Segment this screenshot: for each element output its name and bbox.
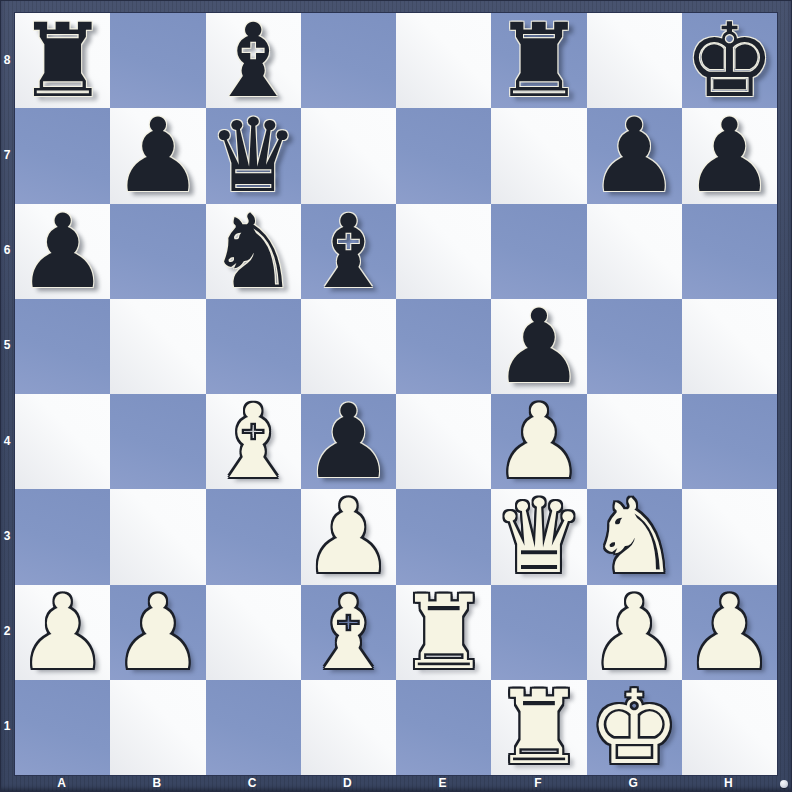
black-bishop[interactable]: ♝ <box>207 13 298 108</box>
square-h7[interactable]: ♟ <box>682 108 777 203</box>
square-c8[interactable]: ♝ <box>206 13 301 108</box>
square-f1[interactable]: ♜ <box>491 680 586 775</box>
rank-label-6: 6 <box>0 203 14 298</box>
square-b7[interactable]: ♟ <box>110 108 205 203</box>
black-pawn[interactable]: ♟ <box>493 299 584 394</box>
square-e2[interactable]: ♜ <box>396 585 491 680</box>
square-c6[interactable]: ♞ <box>206 204 301 299</box>
white-queen[interactable]: ♛ <box>493 489 584 584</box>
square-c4[interactable]: ♝ <box>206 394 301 489</box>
square-f3[interactable]: ♛ <box>491 489 586 584</box>
file-label-h: H <box>681 775 776 791</box>
square-h5[interactable] <box>682 299 777 394</box>
square-h1[interactable] <box>682 680 777 775</box>
square-a8[interactable]: ♜ <box>15 13 110 108</box>
white-bishop[interactable]: ♝ <box>303 585 394 680</box>
square-e4[interactable] <box>396 394 491 489</box>
square-h2[interactable]: ♟ <box>682 585 777 680</box>
square-a3[interactable] <box>15 489 110 584</box>
chess-board[interactable]: ♜♝♜♚♟♛♟♟♟♞♝♟♝♟♟♟♛♞♟♟♝♜♟♟♜♚ <box>14 12 778 776</box>
square-h3[interactable] <box>682 489 777 584</box>
rank-label-3: 3 <box>0 488 14 583</box>
chess-board-frame: 87654321 ♜♝♜♚♟♛♟♟♟♞♝♟♝♟♟♟♛♞♟♟♝♜♟♟♜♚ ABCD… <box>0 0 792 792</box>
square-b6[interactable] <box>110 204 205 299</box>
rank-label-1: 1 <box>0 679 14 774</box>
black-pawn[interactable]: ♟ <box>588 108 679 203</box>
square-a7[interactable] <box>15 108 110 203</box>
black-pawn[interactable]: ♟ <box>684 108 775 203</box>
square-h8[interactable]: ♚ <box>682 13 777 108</box>
file-label-b: B <box>109 775 204 791</box>
square-d2[interactable]: ♝ <box>301 585 396 680</box>
square-h4[interactable] <box>682 394 777 489</box>
square-b8[interactable] <box>110 13 205 108</box>
square-d3[interactable]: ♟ <box>301 489 396 584</box>
file-label-g: G <box>586 775 681 791</box>
square-b2[interactable]: ♟ <box>110 585 205 680</box>
square-b5[interactable] <box>110 299 205 394</box>
square-e6[interactable] <box>396 204 491 299</box>
rank-label-4: 4 <box>0 393 14 488</box>
white-bishop[interactable]: ♝ <box>207 394 298 489</box>
white-pawn[interactable]: ♟ <box>303 489 394 584</box>
square-a2[interactable]: ♟ <box>15 585 110 680</box>
rank-label-8: 8 <box>0 12 14 107</box>
square-g5[interactable] <box>587 299 682 394</box>
square-e8[interactable] <box>396 13 491 108</box>
square-g1[interactable]: ♚ <box>587 680 682 775</box>
black-queen[interactable]: ♛ <box>207 108 298 203</box>
square-a6[interactable]: ♟ <box>15 204 110 299</box>
square-a4[interactable] <box>15 394 110 489</box>
rank-label-7: 7 <box>0 107 14 202</box>
white-pawn[interactable]: ♟ <box>493 394 584 489</box>
rank-labels: 87654321 <box>0 12 14 774</box>
file-label-a: A <box>14 775 109 791</box>
rank-label-2: 2 <box>0 584 14 679</box>
file-label-f: F <box>490 775 585 791</box>
white-rook[interactable]: ♜ <box>398 585 489 680</box>
square-e7[interactable] <box>396 108 491 203</box>
file-label-c: C <box>205 775 300 791</box>
square-g3[interactable]: ♞ <box>587 489 682 584</box>
square-f6[interactable] <box>491 204 586 299</box>
square-d6[interactable]: ♝ <box>301 204 396 299</box>
white-knight[interactable]: ♞ <box>588 489 679 584</box>
file-label-e: E <box>395 775 490 791</box>
white-pawn[interactable]: ♟ <box>588 585 679 680</box>
black-knight[interactable]: ♞ <box>207 204 298 299</box>
square-f5[interactable]: ♟ <box>491 299 586 394</box>
square-a1[interactable] <box>15 680 110 775</box>
black-pawn[interactable]: ♟ <box>17 204 108 299</box>
square-b4[interactable] <box>110 394 205 489</box>
square-c1[interactable] <box>206 680 301 775</box>
square-c5[interactable] <box>206 299 301 394</box>
square-a5[interactable] <box>15 299 110 394</box>
black-king[interactable]: ♚ <box>684 13 775 108</box>
rank-label-5: 5 <box>0 298 14 393</box>
square-c7[interactable]: ♛ <box>206 108 301 203</box>
square-c2[interactable] <box>206 585 301 680</box>
square-f8[interactable]: ♜ <box>491 13 586 108</box>
square-d8[interactable] <box>301 13 396 108</box>
square-h6[interactable] <box>682 204 777 299</box>
white-king[interactable]: ♚ <box>588 680 679 775</box>
square-d7[interactable] <box>301 108 396 203</box>
square-f7[interactable] <box>491 108 586 203</box>
white-to-move-indicator <box>780 780 788 788</box>
square-g8[interactable] <box>587 13 682 108</box>
square-d5[interactable] <box>301 299 396 394</box>
square-g6[interactable] <box>587 204 682 299</box>
square-b3[interactable] <box>110 489 205 584</box>
black-pawn[interactable]: ♟ <box>303 394 394 489</box>
square-d4[interactable]: ♟ <box>301 394 396 489</box>
square-f2[interactable] <box>491 585 586 680</box>
white-rook[interactable]: ♜ <box>493 680 584 775</box>
black-bishop[interactable]: ♝ <box>303 204 394 299</box>
file-labels: ABCDEFGH <box>14 775 778 792</box>
white-pawn[interactable]: ♟ <box>112 585 203 680</box>
square-g7[interactable]: ♟ <box>587 108 682 203</box>
square-c3[interactable] <box>206 489 301 584</box>
black-rook[interactable]: ♜ <box>493 13 584 108</box>
square-d1[interactable] <box>301 680 396 775</box>
white-pawn[interactable]: ♟ <box>684 585 775 680</box>
square-e3[interactable] <box>396 489 491 584</box>
square-f4[interactable]: ♟ <box>491 394 586 489</box>
square-b1[interactable] <box>110 680 205 775</box>
square-g2[interactable]: ♟ <box>587 585 682 680</box>
file-label-d: D <box>300 775 395 791</box>
black-pawn[interactable]: ♟ <box>112 108 203 203</box>
square-e1[interactable] <box>396 680 491 775</box>
white-pawn[interactable]: ♟ <box>17 585 108 680</box>
square-e5[interactable] <box>396 299 491 394</box>
black-rook[interactable]: ♜ <box>17 13 108 108</box>
square-g4[interactable] <box>587 394 682 489</box>
